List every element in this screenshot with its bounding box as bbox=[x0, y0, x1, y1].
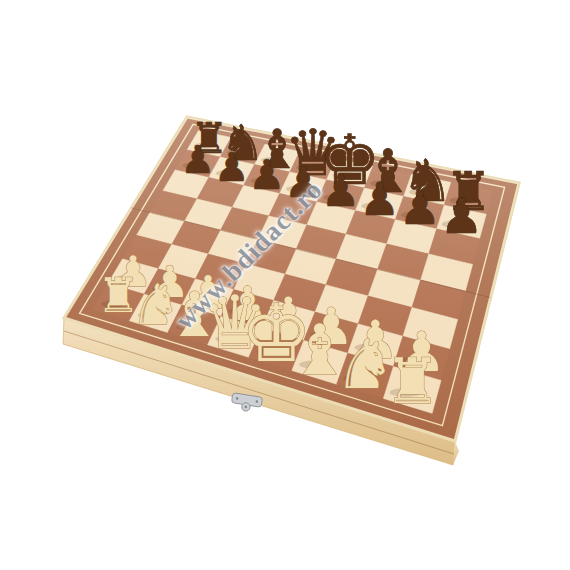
piece-black-pawn-e7: ♟ bbox=[321, 165, 360, 216]
product-photo-stage: ♜♞♝♛♚♝♞♜♟♟♟♟♟♟♟♟♟♟♟♟♟♟♟♟♜♞♝♛♚♝♞♜ www.bdi… bbox=[0, 0, 570, 570]
piece-black-pawn-g7: ♟ bbox=[399, 180, 441, 235]
piece-white-rook-h1: ♜ bbox=[384, 345, 440, 418]
piece-black-pawn-h7: ♟ bbox=[440, 188, 484, 244]
piece-black-pawn-f7: ♟ bbox=[359, 173, 400, 226]
piece-black-pawn-a7: ♟ bbox=[180, 137, 214, 182]
chessboard: ♜♞♝♛♚♝♞♜♟♟♟♟♟♟♟♟♟♟♟♟♟♟♟♟♜♞♝♛♚♝♞♜ bbox=[0, 0, 570, 570]
piece-black-pawn-b7: ♟ bbox=[214, 144, 249, 190]
piece-black-pawn-c7: ♟ bbox=[248, 151, 285, 199]
